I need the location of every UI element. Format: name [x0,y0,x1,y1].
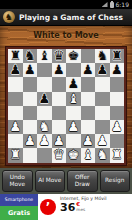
square-e5[interactable]: ♝ [66,92,81,106]
white-knight-piece: ♞ [96,148,108,162]
black-rook-piece: ♜ [9,49,21,63]
undo-move-button[interactable]: Undo Move [2,170,33,192]
square-b2[interactable]: ♟ [23,134,38,148]
square-c5[interactable]: ♟ [37,92,52,106]
screen: 6:19 ♞ Playing a Game of Chess White to … [0,0,132,220]
white-bishop-piece: ♝ [67,92,79,106]
black-knight-piece: ♞ [96,49,108,63]
square-f1[interactable]: ♝ [81,148,96,162]
square-a1[interactable]: ♜ [8,148,23,162]
square-h4[interactable] [110,106,125,120]
wood-panel: White to Move ♜♞♝♛♚♞♜♟♟♟♟♟♟♟♟♝♟♞♟♟♟♟♟♟♟♜… [0,26,132,168]
white-pawn-piece: ♟ [38,134,50,148]
turn-indicator: White to Move [0,31,132,41]
black-queen-piece: ♛ [53,49,65,63]
square-h3[interactable]: ♟ [110,120,125,134]
square-b5[interactable] [23,92,38,106]
ad-offer-line1: Smartphone [0,194,38,206]
square-a7[interactable]: ♟ [8,63,23,77]
square-e4[interactable] [66,106,81,120]
white-pawn-piece: ♟ [53,134,65,148]
square-g6[interactable] [95,77,110,91]
vodafone-logo-icon: ’ [40,199,56,215]
ad-offer-line2: Gratis [0,206,38,220]
title-bar: ♞ Playing a Game of Chess [0,9,132,26]
square-g3[interactable] [95,120,110,134]
square-g5[interactable] [95,92,110,106]
square-a3[interactable]: ♟ [8,120,23,134]
white-queen-piece: ♛ [53,148,65,162]
square-g7[interactable]: ♟ [95,63,110,77]
square-a8[interactable]: ♜ [8,49,23,63]
square-d5[interactable] [52,92,67,106]
square-f5[interactable] [81,92,96,106]
square-c6[interactable] [37,77,52,91]
white-rook-piece: ♜ [111,148,123,162]
square-h6[interactable] [110,77,125,91]
square-b8[interactable]: ♞ [23,49,38,63]
black-pawn-piece: ♟ [38,92,50,106]
white-pawn-piece: ♟ [111,120,123,134]
signal-icon [102,2,108,7]
battery-icon [110,2,114,8]
white-king-piece: ♚ [67,148,79,162]
black-pawn-piece: ♟ [96,63,108,77]
black-pawn-piece: ♟ [24,63,36,77]
ad-banner[interactable]: Smartphone Gratis ’ Internet, Fijo y Móv… [0,194,132,220]
ad-price: 36 [60,202,75,213]
square-c1[interactable] [37,148,52,162]
square-h8[interactable]: ♜ [110,49,125,63]
white-pawn-piece: ♟ [9,120,21,134]
board-frame: ♜♞♝♛♚♞♜♟♟♟♟♟♟♟♟♝♟♞♟♟♟♟♟♟♟♜♛♚♝♞♜ [6,47,126,165]
square-h7[interactable]: ♟ [110,63,125,77]
black-pawn-piece: ♟ [111,63,123,77]
square-b1[interactable] [23,148,38,162]
ad-period: mes [76,207,85,212]
ad-price-row: 36 € mes [60,202,130,213]
square-b7[interactable]: ♟ [23,63,38,77]
knight-medallion-icon: ♞ [3,11,15,23]
resign-button[interactable]: Resign [100,170,131,192]
square-d1[interactable]: ♛ [52,148,67,162]
square-f7[interactable]: ♟ [81,63,96,77]
square-a6[interactable] [8,77,23,91]
square-f8[interactable] [81,49,96,63]
square-d4[interactable] [52,106,67,120]
square-c2[interactable]: ♟ [37,134,52,148]
white-knight-piece: ♞ [38,120,50,134]
square-h1[interactable]: ♜ [110,148,125,162]
square-a2[interactable] [8,134,23,148]
black-pawn-piece: ♟ [9,63,21,77]
white-bishop-piece: ♝ [82,148,94,162]
square-h5[interactable] [110,92,125,106]
square-e3[interactable]: ♟ [66,120,81,134]
white-pawn-piece: ♟ [96,134,108,148]
square-g2[interactable]: ♟ [95,134,110,148]
black-king-piece: ♚ [67,49,79,63]
square-b4[interactable] [23,106,38,120]
square-f6[interactable] [81,77,96,91]
square-e2[interactable] [66,134,81,148]
square-b6[interactable] [23,77,38,91]
page-title: Playing a Game of Chess [19,13,123,22]
button-bar: Undo Move AI Move Offer Draw Resign [0,168,132,194]
square-d2[interactable]: ♟ [52,134,67,148]
status-bar: 6:19 [0,0,132,9]
square-e8[interactable]: ♚ [66,49,81,63]
square-e6[interactable]: ♟ [66,77,81,91]
black-knight-piece: ♞ [24,49,36,63]
square-e1[interactable]: ♚ [66,148,81,162]
black-pawn-piece: ♟ [82,63,94,77]
square-d8[interactable]: ♛ [52,49,67,63]
ai-move-button[interactable]: AI Move [35,170,66,192]
square-c7[interactable] [37,63,52,77]
chess-board: ♜♞♝♛♚♞♜♟♟♟♟♟♟♟♟♝♟♞♟♟♟♟♟♟♟♜♛♚♝♞♜ [8,49,124,163]
black-pawn-piece: ♟ [67,77,79,91]
square-d7[interactable]: ♟ [52,63,67,77]
square-g4[interactable] [95,106,110,120]
white-pawn-piece: ♟ [24,134,36,148]
square-a4[interactable] [8,106,23,120]
square-g1[interactable]: ♞ [95,148,110,162]
ad-offer-box: Smartphone Gratis [0,194,38,220]
square-c4[interactable] [37,106,52,120]
square-d3[interactable] [52,120,67,134]
square-b3[interactable] [23,120,38,134]
white-pawn-piece: ♟ [67,120,79,134]
offer-draw-button[interactable]: Offer Draw [67,170,98,192]
square-a5[interactable] [8,92,23,106]
square-f3[interactable] [81,120,96,134]
square-f4[interactable] [81,106,96,120]
status-clock: 6:19 [116,0,129,9]
square-c8[interactable]: ♝ [37,49,52,63]
square-f2[interactable]: ♟ [81,134,96,148]
square-c3[interactable]: ♞ [37,120,52,134]
black-rook-piece: ♜ [111,49,123,63]
black-pawn-piece: ♟ [53,63,65,77]
black-bishop-piece: ♝ [38,49,50,63]
white-rook-piece: ♜ [9,148,21,162]
ad-text-block: Internet, Fijo y Móvil 36 € mes [58,194,132,220]
square-d6[interactable] [52,77,67,91]
white-pawn-piece: ♟ [82,134,94,148]
square-g8[interactable]: ♞ [95,49,110,63]
square-h2[interactable] [110,134,125,148]
square-e7[interactable] [66,63,81,77]
